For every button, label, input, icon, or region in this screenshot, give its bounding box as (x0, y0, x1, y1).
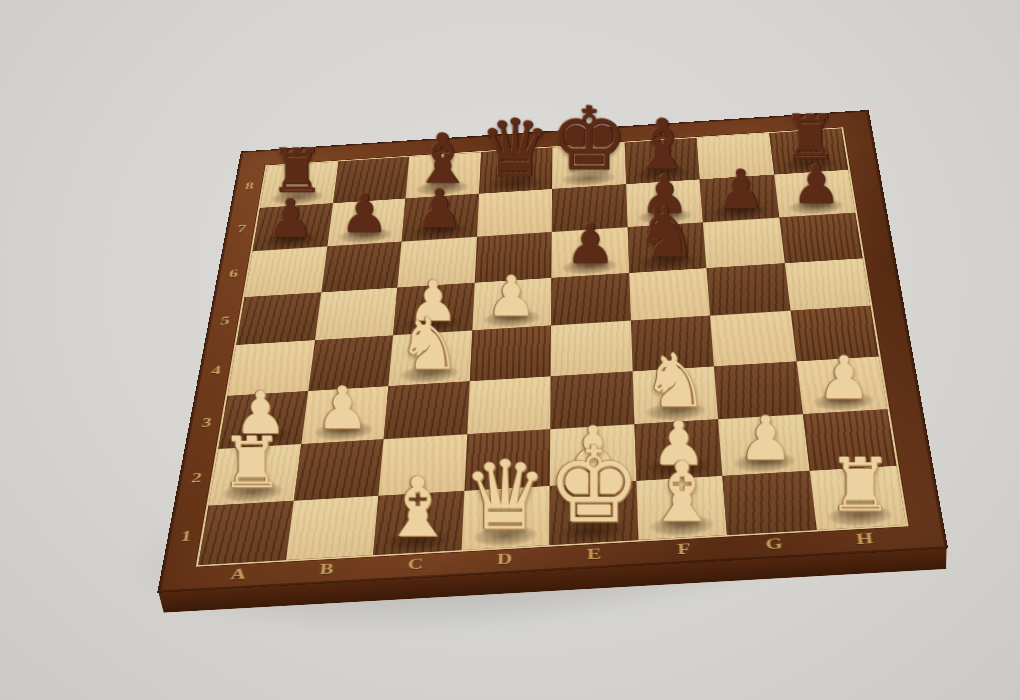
piece-wN-c4[interactable]: ♞ (397, 308, 461, 380)
piece-wQ-d1[interactable]: ♛ (462, 447, 548, 543)
chessboard: ♜♝♛♚♝♜♟♟♟♟♟♟♟♞♟♟♞♟♟♞♟♜♟♟♟♝♛♚♝♜ ABCDEFGH1… (157, 110, 948, 593)
piece-wP-d5[interactable]: ♟ (486, 268, 536, 324)
piece-wP-b3[interactable]: ♟ (316, 379, 369, 438)
square-a1[interactable] (198, 500, 293, 565)
piece-wR-a2[interactable]: ♜ (220, 428, 284, 499)
rank-label-3: 3 (193, 415, 220, 431)
square-c4[interactable]: ♞ (388, 330, 471, 385)
rank-label-5: 5 (212, 314, 238, 329)
file-label-b: B (312, 560, 341, 579)
square-b6[interactable] (321, 242, 402, 292)
square-c3[interactable] (384, 381, 470, 439)
file-label-h: H (850, 530, 880, 549)
piece-wP-h3[interactable]: ♟ (818, 348, 871, 407)
square-d5[interactable]: ♟ (472, 278, 551, 331)
square-d7[interactable] (477, 189, 553, 237)
piece-wB-f1[interactable]: ♝ (645, 450, 719, 533)
piece-bP-a7[interactable]: ♟ (266, 193, 313, 246)
piece-bK-e8[interactable]: ♚ (550, 96, 628, 183)
rank-label-2: 2 (183, 469, 211, 486)
square-e6[interactable]: ♟ (551, 227, 628, 277)
square-b2[interactable] (293, 439, 383, 500)
square-d8[interactable]: ♛ (479, 147, 553, 193)
piece-wB-c1[interactable]: ♝ (380, 466, 454, 548)
square-h7[interactable]: ♟ (774, 170, 855, 218)
square-e8[interactable]: ♚ (552, 143, 626, 189)
piece-bP-c7[interactable]: ♟ (415, 183, 463, 236)
rank-label-8: 8 (238, 180, 262, 193)
square-g7[interactable]: ♟ (700, 174, 779, 222)
square-g4[interactable] (710, 311, 796, 366)
square-b7[interactable]: ♟ (327, 198, 406, 246)
square-b5[interactable] (315, 287, 398, 340)
piece-wN-f3[interactable]: ♞ (643, 344, 709, 418)
board-grid: ♜♝♛♚♝♜♟♟♟♟♟♟♟♞♟♟♞♟♟♞♟♜♟♟♟♝♛♚♝♜ (198, 128, 906, 565)
square-b1[interactable] (285, 496, 378, 561)
piece-wP-g2[interactable]: ♟ (738, 408, 793, 469)
square-f1[interactable]: ♝ (636, 476, 727, 541)
piece-bP-g7[interactable]: ♟ (717, 163, 765, 216)
piece-bP-b7[interactable]: ♟ (341, 188, 388, 241)
rank-label-1: 1 (172, 527, 201, 545)
piece-bP-e6[interactable]: ♟ (566, 217, 615, 272)
square-e5[interactable] (551, 273, 630, 326)
square-h3[interactable]: ♟ (796, 356, 887, 414)
square-g2[interactable]: ♟ (718, 414, 809, 475)
rank-label-7: 7 (230, 222, 254, 235)
square-f6[interactable]: ♞ (627, 222, 706, 272)
file-label-a: A (223, 565, 252, 584)
board-border-line: ♜♝♛♚♝♜♟♟♟♟♟♟♟♞♟♟♞♟♟♞♟♜♟♟♟♝♛♚♝♜ (196, 127, 909, 566)
piece-wR-h1[interactable]: ♜ (827, 449, 893, 523)
square-g6[interactable] (703, 218, 784, 268)
rank-label-4: 4 (203, 363, 229, 378)
file-label-d: D (491, 550, 518, 569)
square-d1[interactable]: ♛ (461, 486, 550, 551)
square-h1[interactable]: ♜ (809, 465, 906, 530)
square-c7[interactable]: ♟ (402, 194, 479, 242)
piece-bN-f6[interactable]: ♞ (637, 199, 698, 267)
piece-bP-h7[interactable]: ♟ (793, 158, 841, 211)
square-a7[interactable]: ♟ (252, 203, 332, 251)
square-d3[interactable] (467, 376, 551, 434)
square-a2[interactable]: ♜ (209, 444, 301, 505)
square-f5[interactable] (629, 268, 710, 321)
square-h6[interactable] (779, 213, 863, 263)
file-label-c: C (401, 555, 429, 574)
square-e1[interactable]: ♚ (549, 481, 638, 546)
file-label-g: G (760, 535, 789, 554)
square-g1[interactable] (722, 470, 816, 535)
piece-wK-e1[interactable]: ♚ (546, 433, 640, 538)
square-c1[interactable]: ♝ (373, 491, 464, 556)
rank-label-6: 6 (221, 267, 246, 281)
square-d4[interactable] (469, 326, 551, 381)
square-e4[interactable] (551, 321, 633, 376)
square-a5[interactable] (236, 292, 321, 345)
square-h5[interactable] (784, 258, 870, 311)
square-b3[interactable]: ♟ (301, 386, 389, 444)
file-label-e: E (580, 545, 607, 564)
file-label-f: F (670, 540, 698, 559)
piece-bQ-d8[interactable]: ♛ (480, 108, 551, 188)
square-g5[interactable] (706, 263, 790, 316)
square-a6[interactable] (245, 246, 327, 296)
